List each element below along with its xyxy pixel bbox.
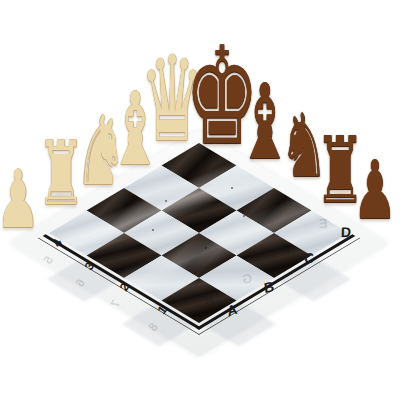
file-label-D: D xyxy=(341,225,352,239)
dust-speck xyxy=(165,200,167,202)
dust-speck xyxy=(152,229,154,231)
black-pawn-glyph: ♟ xyxy=(352,150,397,231)
file-label-C: C xyxy=(304,250,315,266)
dust-speck xyxy=(243,215,245,217)
file-label-B: B xyxy=(263,279,275,295)
dust-speck xyxy=(187,178,189,180)
dust-speck xyxy=(205,247,207,249)
white-pawn-glyph: ♟ xyxy=(0,160,40,240)
product-photo-scene: 4 3 2 1 A B C D 5 6 7 8 E F G H ♟ ♜ ♞ ♝ … xyxy=(0,0,400,400)
dust-speck xyxy=(231,187,233,189)
